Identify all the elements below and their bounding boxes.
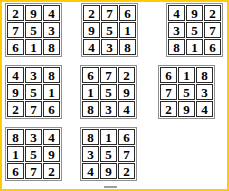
magic-square-cell: 4	[82, 163, 99, 179]
magic-square-cell: 3	[82, 146, 99, 162]
magic-square-1: 2 9 4 7 5 3 6 1 8	[5, 3, 62, 57]
magic-square-cell: 2	[118, 163, 135, 179]
magic-square-2: 2 7 6 9 5 1 4 3 8	[81, 3, 138, 57]
magic-square-cell: 6	[43, 101, 60, 117]
magic-square-cell: 7	[101, 5, 118, 21]
magic-square-cell: 9	[83, 22, 100, 38]
magic-square-cell: 1	[25, 39, 42, 55]
magic-square-cell: 1	[82, 84, 99, 100]
magic-square-cell: 9	[118, 84, 135, 100]
magic-square-cell: 7	[160, 84, 177, 100]
magic-square-cell: 6	[7, 39, 24, 55]
magic-square-cell: 3	[43, 22, 60, 38]
magic-square-3: 4 9 2 3 5 7 8 1 6	[166, 3, 223, 57]
magic-square-cell: 7	[25, 163, 42, 179]
magic-square-cell: 5	[25, 146, 42, 162]
magic-square-cell: 5	[25, 84, 42, 100]
magic-square-cell: 1	[178, 67, 195, 83]
magic-square-cell: 2	[43, 163, 60, 179]
magic-square-6: 6 1 8 7 5 3 2 9 4	[158, 65, 215, 119]
magic-square-cell: 7	[25, 101, 42, 117]
magic-square-cell: 3	[101, 39, 118, 55]
magic-square-cell: 6	[82, 67, 99, 83]
magic-square-cell: 6	[160, 67, 177, 83]
magic-square-cell: 2	[118, 67, 135, 83]
magic-square-cell: 4	[7, 67, 24, 83]
magic-square-cell: 1	[7, 146, 24, 162]
magic-square-cell: 3	[196, 84, 213, 100]
magic-square-cell: 3	[25, 67, 42, 83]
magic-square-cell: 7	[204, 22, 221, 38]
magic-square-5: 6 7 2 1 5 9 8 3 4	[80, 65, 137, 119]
magic-square-cell: 1	[100, 129, 117, 145]
magic-square-cell: 7	[7, 22, 24, 38]
magic-square-cell: 5	[100, 84, 117, 100]
magic-square-cell: 9	[178, 101, 195, 117]
magic-square-7: 8 3 4 1 5 9 6 7 2	[5, 127, 62, 181]
magic-square-cell: 6	[119, 5, 136, 21]
magic-square-cell: 5	[100, 146, 117, 162]
magic-square-cell: 4	[168, 5, 185, 21]
magic-square-cell: 6	[204, 39, 221, 55]
magic-square-cell: 8	[43, 67, 60, 83]
magic-square-cell: 1	[43, 84, 60, 100]
magic-square-cell: 9	[100, 163, 117, 179]
magic-square-cell: 9	[43, 146, 60, 162]
magic-square-4: 4 3 8 9 5 1 2 7 6	[5, 65, 62, 119]
magic-squares-diagram: 2 9 4 7 5 3 6 1 8 2 7 6 9 5 1 4 3 8 4 9 …	[0, 0, 229, 191]
magic-square-cell: 6	[7, 163, 24, 179]
magic-square-cell: 8	[196, 67, 213, 83]
magic-square-cell: 3	[25, 129, 42, 145]
magic-square-cell: 5	[101, 22, 118, 38]
magic-square-cell: 5	[186, 22, 203, 38]
magic-square-cell: 9	[186, 5, 203, 21]
magic-square-cell: 8	[7, 129, 24, 145]
magic-square-cell: 8	[168, 39, 185, 55]
magic-square-cell: 7	[100, 67, 117, 83]
magic-square-cell: 8	[82, 129, 99, 145]
magic-square-cell: 5	[178, 84, 195, 100]
magic-square-cell: 8	[82, 101, 99, 117]
magic-square-cell: 4	[83, 39, 100, 55]
magic-square-cell: 4	[43, 5, 60, 21]
magic-square-cell: 3	[100, 101, 117, 117]
magic-square-cell: 7	[118, 146, 135, 162]
magic-square-cell: 4	[118, 101, 135, 117]
magic-square-cell: 1	[186, 39, 203, 55]
magic-square-cell: 9	[25, 5, 42, 21]
magic-square-cell: 3	[168, 22, 185, 38]
magic-square-cell: 8	[43, 39, 60, 55]
magic-square-cell: 4	[43, 129, 60, 145]
magic-square-cell: 6	[118, 129, 135, 145]
magic-square-cell: 4	[196, 101, 213, 117]
magic-square-cell: 2	[7, 5, 24, 21]
magic-square-cell: 1	[119, 22, 136, 38]
magic-square-cell: 8	[119, 39, 136, 55]
cropped-element-edge	[104, 186, 117, 188]
magic-square-cell: 2	[7, 101, 24, 117]
magic-square-8: 8 1 6 3 5 7 4 9 2	[80, 127, 137, 181]
magic-square-cell: 9	[7, 84, 24, 100]
magic-square-cell: 2	[83, 5, 100, 21]
magic-square-cell: 2	[204, 5, 221, 21]
magic-square-cell: 5	[25, 22, 42, 38]
magic-square-cell: 2	[160, 101, 177, 117]
